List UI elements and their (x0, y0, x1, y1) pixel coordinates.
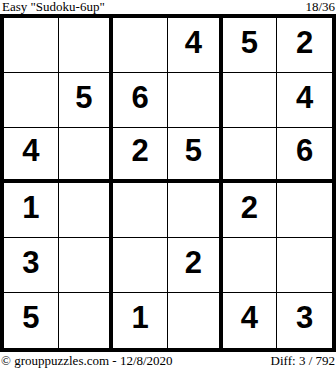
cell-r6c6: 3 (277, 293, 332, 348)
cell-r6c1: 5 (4, 293, 59, 348)
given-digit: 2 (296, 27, 313, 58)
cell-r4c4[interactable] (168, 183, 223, 238)
cell-r3c6: 6 (277, 128, 332, 183)
cell-r4c3[interactable] (113, 183, 168, 238)
given-digit: 4 (296, 82, 313, 113)
cell-r2c2: 5 (59, 73, 114, 128)
cell-r6c2[interactable] (59, 293, 114, 348)
cell-r3c4: 5 (168, 128, 223, 183)
cell-r5c4: 2 (168, 238, 223, 293)
cell-r3c1: 4 (4, 128, 59, 183)
cell-r2c5[interactable] (223, 73, 278, 128)
given-digit: 5 (75, 82, 92, 113)
clue-count: 18/36 (305, 0, 335, 15)
given-digit: 1 (22, 192, 39, 223)
given-digit: 5 (22, 302, 39, 333)
given-digit: 6 (132, 82, 149, 113)
sudoku-grid: 452564425612325143 (0, 14, 336, 352)
given-digit: 6 (296, 135, 313, 166)
cell-r4c2[interactable] (59, 183, 114, 238)
cell-r6c4[interactable] (168, 293, 223, 348)
header: Easy "Sudoku-6up" 18/36 (0, 0, 336, 14)
cell-r5c1: 3 (4, 238, 59, 293)
cell-r4c6[interactable] (277, 183, 332, 238)
given-digit: 3 (22, 247, 39, 278)
difficulty-text: Diff: 3 / 792 (271, 353, 335, 369)
given-digit: 2 (132, 135, 149, 166)
cell-r2c6: 4 (277, 73, 332, 128)
cell-r6c5: 4 (223, 293, 278, 348)
cell-r3c3: 2 (113, 128, 168, 183)
cell-r5c3[interactable] (113, 238, 168, 293)
given-digit: 5 (241, 27, 258, 58)
given-digit: 5 (185, 135, 202, 166)
cell-r6c3: 1 (113, 293, 168, 348)
cell-r1c1[interactable] (4, 18, 59, 73)
given-digit: 2 (185, 247, 202, 278)
copyright-text: © grouppuzzles.com - 12/8/2020 (1, 353, 173, 369)
cell-r5c5[interactable] (223, 238, 278, 293)
cell-r2c4[interactable] (168, 73, 223, 128)
given-digit: 1 (132, 302, 149, 333)
cell-r1c5: 5 (223, 18, 278, 73)
cell-r3c2[interactable] (59, 128, 114, 183)
given-digit: 3 (296, 302, 313, 333)
cell-r4c1: 1 (4, 183, 59, 238)
cell-r2c1[interactable] (4, 73, 59, 128)
footer: © grouppuzzles.com - 12/8/2020 Diff: 3 /… (0, 353, 336, 370)
given-digit: 4 (22, 135, 39, 166)
cell-r1c3[interactable] (113, 18, 168, 73)
given-digit: 4 (241, 302, 258, 333)
cell-r4c5: 2 (223, 183, 278, 238)
cell-r1c6: 2 (277, 18, 332, 73)
cell-r5c2[interactable] (59, 238, 114, 293)
puzzle-title: Easy "Sudoku-6up" (2, 0, 105, 15)
given-digit: 4 (185, 27, 202, 58)
cell-r5c6[interactable] (277, 238, 332, 293)
given-digit: 2 (241, 192, 258, 223)
cell-r1c2[interactable] (59, 18, 114, 73)
cell-r3c5[interactable] (223, 128, 278, 183)
cell-r2c3: 6 (113, 73, 168, 128)
cell-r1c4: 4 (168, 18, 223, 73)
